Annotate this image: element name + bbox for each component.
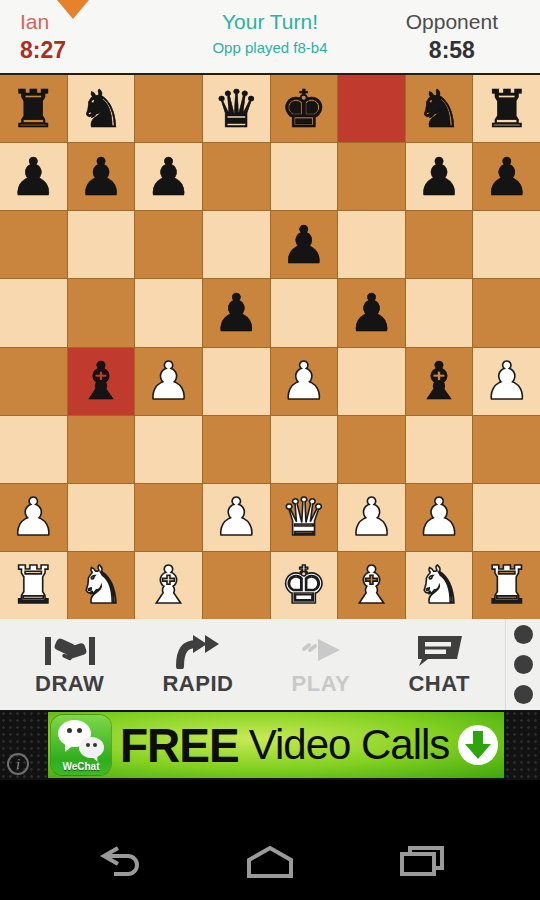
overflow-dots-icon — [514, 685, 533, 704]
square-g6[interactable] — [406, 211, 473, 278]
square-f4[interactable] — [338, 348, 405, 415]
piece-black-rook: ♜ — [483, 83, 530, 135]
piece-white-rook: ♜ — [10, 559, 57, 611]
square-g7[interactable]: ♟ — [406, 143, 473, 210]
ad-headline-rest: Video Calls — [249, 721, 450, 769]
square-a4[interactable] — [0, 348, 67, 415]
square-a6[interactable] — [0, 211, 67, 278]
chat-button[interactable]: CHAT — [408, 633, 469, 697]
square-b6[interactable] — [68, 211, 135, 278]
draw-button-label: DRAW — [35, 671, 104, 697]
piece-black-knight: ♞ — [78, 83, 125, 135]
square-f7[interactable] — [338, 143, 405, 210]
piece-white-bishop: ♝ — [145, 559, 192, 611]
home-icon — [245, 846, 295, 882]
square-h1[interactable]: ♜ — [473, 552, 540, 619]
chat-bubble-icon — [412, 633, 466, 669]
piece-black-queen: ♛ — [213, 83, 260, 135]
android-nav-bar — [0, 846, 540, 900]
ad-headline: FREE Video Calls — [120, 718, 449, 772]
square-d3[interactable] — [203, 416, 270, 483]
square-g1[interactable]: ♞ — [406, 552, 473, 619]
action-toolbar: DRAW RAPID — [0, 619, 540, 710]
play-arrow-icon — [298, 633, 344, 669]
square-f2[interactable]: ♟ — [338, 484, 405, 551]
piece-white-pawn: ♟ — [213, 491, 260, 543]
piece-black-bishop: ♝ — [78, 355, 125, 407]
square-c5[interactable] — [135, 279, 202, 346]
back-button[interactable] — [94, 846, 142, 882]
square-e7[interactable] — [271, 143, 338, 210]
square-g3[interactable] — [406, 416, 473, 483]
piece-white-pawn: ♟ — [348, 491, 395, 543]
square-h4[interactable]: ♟ — [473, 348, 540, 415]
draw-button[interactable]: DRAW — [35, 633, 104, 697]
rapid-button-label: RAPID — [162, 671, 233, 697]
square-b4[interactable]: ♝ — [68, 348, 135, 415]
piece-white-pawn: ♟ — [483, 355, 530, 407]
piece-white-knight: ♞ — [78, 559, 125, 611]
square-e4[interactable]: ♟ — [271, 348, 338, 415]
square-f6[interactable] — [338, 211, 405, 278]
square-h7[interactable]: ♟ — [473, 143, 540, 210]
square-h8[interactable]: ♜ — [473, 75, 540, 142]
square-d8[interactable]: ♛ — [203, 75, 270, 142]
rapid-button[interactable]: RAPID — [162, 633, 233, 697]
piece-black-pawn: ♟ — [348, 287, 395, 339]
square-h5[interactable] — [473, 279, 540, 346]
square-d2[interactable]: ♟ — [203, 484, 270, 551]
square-a3[interactable] — [0, 416, 67, 483]
overflow-menu-button[interactable] — [505, 619, 540, 710]
piece-black-pawn: ♟ — [281, 219, 328, 271]
square-d7[interactable] — [203, 143, 270, 210]
square-a8[interactable]: ♜ — [0, 75, 67, 142]
square-c3[interactable] — [135, 416, 202, 483]
back-icon — [94, 846, 142, 882]
square-a5[interactable] — [0, 279, 67, 346]
square-b7[interactable]: ♟ — [68, 143, 135, 210]
square-f8[interactable] — [338, 75, 405, 142]
square-c4[interactable]: ♟ — [135, 348, 202, 415]
piece-black-rook: ♜ — [10, 83, 57, 135]
square-f1[interactable]: ♝ — [338, 552, 405, 619]
piece-white-knight: ♞ — [416, 559, 463, 611]
piece-white-bishop: ♝ — [348, 559, 395, 611]
ad-headline-bold: FREE — [120, 717, 239, 773]
square-d5[interactable]: ♟ — [203, 279, 270, 346]
info-icon[interactable]: i — [7, 753, 29, 775]
opponent-clock: 8:58 — [406, 35, 498, 65]
piece-black-bishop: ♝ — [416, 355, 463, 407]
recents-icon — [398, 846, 446, 882]
piece-black-king: ♚ — [281, 83, 328, 135]
piece-black-pawn: ♟ — [483, 151, 530, 203]
overflow-dots-icon — [514, 655, 533, 674]
piece-black-knight: ♞ — [416, 83, 463, 135]
square-g2[interactable]: ♟ — [406, 484, 473, 551]
piece-black-pawn: ♟ — [78, 151, 125, 203]
play-button-label: PLAY — [292, 671, 351, 697]
ad-banner[interactable]: WeChat FREE Video Calls — [48, 712, 504, 778]
piece-black-pawn: ♟ — [10, 151, 57, 203]
handshake-icon — [42, 633, 98, 669]
square-h3[interactable] — [473, 416, 540, 483]
piece-black-pawn: ♟ — [416, 151, 463, 203]
square-b1[interactable]: ♞ — [68, 552, 135, 619]
square-d1[interactable] — [203, 552, 270, 619]
piece-black-pawn: ♟ — [213, 287, 260, 339]
piece-white-rook: ♜ — [483, 559, 530, 611]
piece-white-pawn: ♟ — [10, 491, 57, 543]
chat-button-label: CHAT — [408, 671, 469, 697]
square-g4[interactable]: ♝ — [406, 348, 473, 415]
home-button[interactable] — [245, 846, 295, 882]
piece-white-pawn: ♟ — [416, 491, 463, 543]
square-e3[interactable] — [271, 416, 338, 483]
square-e1[interactable]: ♚ — [271, 552, 338, 619]
square-a1[interactable]: ♜ — [0, 552, 67, 619]
toolbar-buttons: DRAW RAPID — [0, 619, 505, 710]
square-c8[interactable] — [135, 75, 202, 142]
fast-forward-icon — [172, 633, 224, 669]
square-a7[interactable]: ♟ — [0, 143, 67, 210]
recents-button[interactable] — [398, 846, 446, 882]
square-b2[interactable] — [68, 484, 135, 551]
overflow-dots-icon — [514, 625, 533, 644]
ad-container: i WeChat FREE Video Calls — [0, 710, 540, 780]
piece-white-pawn: ♟ — [281, 355, 328, 407]
piece-white-king: ♚ — [281, 559, 328, 611]
square-d6[interactable] — [203, 211, 270, 278]
square-b8[interactable]: ♞ — [68, 75, 135, 142]
chess-board[interactable]: ♜♞♛♚♞♜♟♟♟♟♟♟♟♟♝♟♟♝♟♟♟♛♟♟♜♞♝♚♝♞♜ — [0, 73, 540, 619]
square-e8[interactable]: ♚ — [271, 75, 338, 142]
square-g8[interactable]: ♞ — [406, 75, 473, 142]
app-screen: Ian 8:27 Your Turn! Opp played f8-b4 Opp… — [0, 0, 540, 900]
piece-white-queen: ♛ — [281, 491, 328, 543]
piece-white-pawn: ♟ — [145, 355, 192, 407]
piece-black-pawn: ♟ — [145, 151, 192, 203]
square-e6[interactable]: ♟ — [271, 211, 338, 278]
download-arrow-icon — [456, 723, 500, 767]
square-f3[interactable] — [338, 416, 405, 483]
square-b5[interactable] — [68, 279, 135, 346]
square-f5[interactable]: ♟ — [338, 279, 405, 346]
square-c6[interactable] — [135, 211, 202, 278]
square-c1[interactable]: ♝ — [135, 552, 202, 619]
square-h6[interactable] — [473, 211, 540, 278]
square-e5[interactable] — [271, 279, 338, 346]
play-button[interactable]: PLAY — [292, 633, 351, 697]
square-e2[interactable]: ♛ — [271, 484, 338, 551]
square-a2[interactable]: ♟ — [0, 484, 67, 551]
opponent-label: Opponent — [406, 9, 498, 35]
opponent-panel: Opponent 8:58 — [406, 9, 498, 65]
square-c2[interactable] — [135, 484, 202, 551]
square-b3[interactable] — [68, 416, 135, 483]
square-h2[interactable] — [473, 484, 540, 551]
wechat-brand-label: WeChat — [51, 761, 111, 772]
game-header: Ian 8:27 Your Turn! Opp played f8-b4 Opp… — [0, 0, 540, 73]
square-g5[interactable] — [406, 279, 473, 346]
square-d4[interactable] — [203, 348, 270, 415]
wechat-icon: WeChat — [51, 715, 111, 775]
square-c7[interactable]: ♟ — [135, 143, 202, 210]
